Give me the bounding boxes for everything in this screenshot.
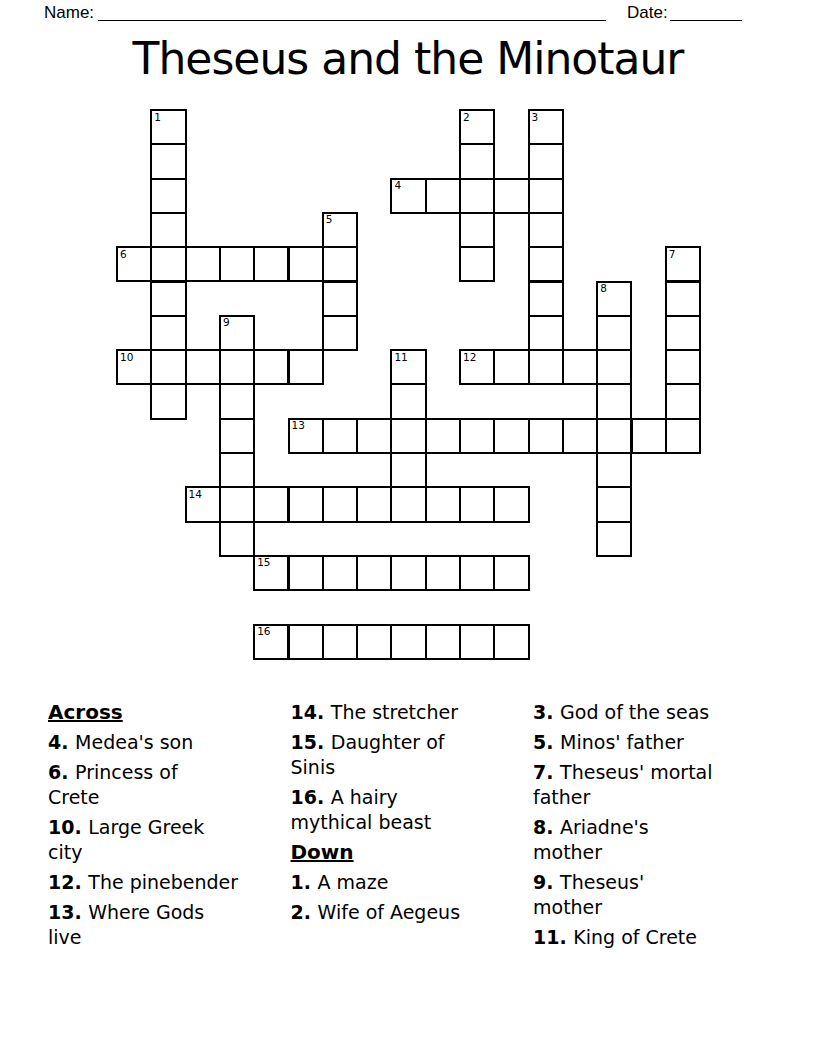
grid-cell-r6c3[interactable]: 9 [219, 315, 255, 351]
grid-cell-r9c11[interactable] [493, 418, 529, 454]
grid-cell-r4c5[interactable] [288, 246, 324, 282]
grid-cell-r8c8[interactable] [390, 383, 426, 419]
grid-cell-r4c1[interactable] [150, 246, 186, 282]
grid-cell-r9c14[interactable] [596, 418, 632, 454]
clue-number-label: 8. [533, 816, 560, 838]
clue-number-label: 14. [291, 701, 331, 723]
clue-number-7: 7 [669, 249, 676, 260]
grid-cell-r6c14[interactable] [596, 315, 632, 351]
date-label: Date: [627, 3, 668, 23]
grid-cell-r8c14[interactable] [596, 383, 632, 419]
clue-number-label: 7. [533, 761, 560, 783]
grid-cell-r11c11[interactable] [493, 486, 529, 522]
grid-cell-r8c1[interactable] [150, 383, 186, 419]
grid-cell-r4c4[interactable] [253, 246, 289, 282]
clue-number-label: 3. [533, 701, 560, 723]
grid-cell-r5c6[interactable] [322, 281, 358, 317]
grid-cell-r6c1[interactable] [150, 315, 186, 351]
grid-cell-r5c1[interactable] [150, 281, 186, 317]
grid-cell-r3c6[interactable]: 5 [322, 212, 358, 248]
clue-number-16: 16 [257, 626, 270, 637]
grid-cell-r10c14[interactable] [596, 452, 632, 488]
grid-cell-r2c1[interactable] [150, 178, 186, 214]
grid-cell-r3c12[interactable] [528, 212, 564, 248]
crossword-grid: 12345678910111213141516 [116, 109, 701, 660]
grid-cell-r9c13[interactable] [562, 418, 598, 454]
clue-number-label: 10. [48, 816, 88, 838]
grid-cell-r13c8[interactable] [390, 555, 426, 591]
clue-across-12: 12. The pinebender [48, 870, 286, 895]
clue-number-5: 5 [326, 214, 333, 225]
grid-cell-r4c10[interactable] [459, 246, 495, 282]
puzzle-title: Theseus and the Minotaur [0, 33, 816, 84]
grid-cell-r7c14[interactable] [596, 349, 632, 385]
clues-section: Across4. Medea's son6. Princess ofCrete1… [48, 700, 778, 1030]
grid-cell-r13c11[interactable] [493, 555, 529, 591]
grid-cell-r15c11[interactable] [493, 624, 529, 660]
grid-cell-r7c4[interactable] [253, 349, 289, 385]
grid-cell-r9c5[interactable]: 13 [288, 418, 324, 454]
grid-cell-r0c1[interactable]: 1 [150, 109, 186, 145]
grid-cell-r9c6[interactable] [322, 418, 358, 454]
clue-down-5: 5. Minos' father [533, 730, 771, 755]
clue-down-3: 3. God of the seas [533, 700, 771, 725]
across-heading: Across [48, 700, 286, 725]
grid-cell-r7c11[interactable] [493, 349, 529, 385]
clue-down-8: 8. Ariadne'smother [533, 815, 771, 865]
grid-cell-r12c14[interactable] [596, 521, 632, 557]
clue-down-1: 1. A maze [291, 870, 529, 895]
grid-cell-r7c1[interactable] [150, 349, 186, 385]
grid-cell-r2c12[interactable] [528, 178, 564, 214]
clue-column-3: 3. God of the seas5. Minos' father7. The… [533, 700, 771, 955]
clue-across-16: 16. A hairymythical beast [291, 785, 529, 835]
grid-cell-r15c8[interactable] [390, 624, 426, 660]
grid-cell-r10c3[interactable] [219, 452, 255, 488]
grid-cell-r9c8[interactable] [390, 418, 426, 454]
grid-cell-r9c12[interactable] [528, 418, 564, 454]
grid-cell-r13c7[interactable] [356, 555, 392, 591]
grid-cell-r9c10[interactable] [459, 418, 495, 454]
down-heading: Down [291, 840, 529, 865]
clue-across-15: 15. Daughter ofSinis [291, 730, 529, 780]
grid-cell-r9c7[interactable] [356, 418, 392, 454]
grid-cell-r7c5[interactable] [288, 349, 324, 385]
clue-number-label: 13. [48, 901, 88, 923]
grid-cell-r11c9[interactable] [425, 486, 461, 522]
grid-cell-r11c10[interactable] [459, 486, 495, 522]
grid-cell-r7c8[interactable]: 11 [390, 349, 426, 385]
clue-across-4: 4. Medea's son [48, 730, 286, 755]
grid-cell-r11c6[interactable] [322, 486, 358, 522]
clue-number-3: 3 [532, 112, 539, 123]
grid-cell-r6c16[interactable] [665, 315, 701, 351]
grid-cell-r4c6[interactable] [322, 246, 358, 282]
grid-cell-r9c9[interactable] [425, 418, 461, 454]
clue-number-6: 6 [120, 249, 127, 260]
clue-number-label: 2. [291, 901, 318, 923]
clue-number-12: 12 [463, 352, 476, 363]
grid-cell-r7c0[interactable]: 10 [116, 349, 152, 385]
clue-number-label: 16. [291, 786, 331, 808]
grid-cell-r9c15[interactable] [631, 418, 667, 454]
clue-across-13: 13. Where Godslive [48, 900, 286, 950]
grid-cell-r7c2[interactable] [185, 349, 221, 385]
grid-cell-r2c11[interactable] [493, 178, 529, 214]
clue-number-label: 4. [48, 731, 75, 753]
grid-cell-r7c13[interactable] [562, 349, 598, 385]
grid-cell-r0c10[interactable]: 2 [459, 109, 495, 145]
grid-cell-r0c12[interactable]: 3 [528, 109, 564, 145]
grid-cell-r11c8[interactable] [390, 486, 426, 522]
grid-cell-r7c16[interactable] [665, 349, 701, 385]
clue-down-7: 7. Theseus' mortalfather [533, 760, 771, 810]
grid-cell-r11c3[interactable] [219, 486, 255, 522]
clue-number-1: 1 [154, 112, 161, 123]
grid-cell-r15c5[interactable] [288, 624, 324, 660]
grid-cell-r15c10[interactable] [459, 624, 495, 660]
worksheet-page: Name: Date: Theseus and the Minotaur 123… [0, 0, 816, 1056]
grid-cell-r9c3[interactable] [219, 418, 255, 454]
grid-cell-r13c9[interactable] [425, 555, 461, 591]
clue-number-label: 9. [533, 871, 560, 893]
grid-cell-r4c0[interactable]: 6 [116, 246, 152, 282]
clue-number-4: 4 [394, 180, 401, 191]
grid-cell-r8c16[interactable] [665, 383, 701, 419]
grid-cell-r12c3[interactable] [219, 521, 255, 557]
grid-cell-r13c4[interactable]: 15 [253, 555, 289, 591]
grid-cell-r4c16[interactable]: 7 [665, 246, 701, 282]
grid-cell-r4c12[interactable] [528, 246, 564, 282]
grid-cell-r2c8[interactable]: 4 [390, 178, 426, 214]
grid-cell-r6c12[interactable] [528, 315, 564, 351]
grid-cell-r13c5[interactable] [288, 555, 324, 591]
clue-number-10: 10 [120, 352, 133, 363]
grid-cell-r1c1[interactable] [150, 143, 186, 179]
clue-column-2: 14. The stretcher15. Daughter ofSinis16.… [291, 700, 529, 930]
clue-number-8: 8 [600, 283, 607, 294]
grid-cell-r3c10[interactable] [459, 212, 495, 248]
grid-cell-r7c12[interactable] [528, 349, 564, 385]
grid-cell-r13c10[interactable] [459, 555, 495, 591]
grid-cell-r1c10[interactable] [459, 143, 495, 179]
grid-cell-r6c6[interactable] [322, 315, 358, 351]
grid-cell-r7c10[interactable]: 12 [459, 349, 495, 385]
grid-cell-r1c12[interactable] [528, 143, 564, 179]
grid-cell-r15c4[interactable]: 16 [253, 624, 289, 660]
clue-across-6: 6. Princess ofCrete [48, 760, 286, 810]
grid-cell-r15c7[interactable] [356, 624, 392, 660]
clue-number-2: 2 [463, 112, 470, 123]
clue-number-label: 15. [291, 731, 331, 753]
grid-cell-r4c3[interactable] [219, 246, 255, 282]
grid-cell-r11c4[interactable] [253, 486, 289, 522]
clue-number-label: 6. [48, 761, 75, 783]
clue-number-9: 9 [223, 317, 230, 328]
date-blank-line[interactable] [670, 19, 742, 21]
clue-number-14: 14 [189, 489, 202, 500]
clue-column-1: Across4. Medea's son6. Princess ofCrete1… [48, 700, 286, 955]
clue-across-14: 14. The stretcher [291, 700, 529, 725]
name-label: Name: [44, 3, 94, 23]
clue-down-9: 9. Theseus'mother [533, 870, 771, 920]
grid-cell-r5c14[interactable]: 8 [596, 281, 632, 317]
grid-cell-r10c8[interactable] [390, 452, 426, 488]
grid-cell-r5c12[interactable] [528, 281, 564, 317]
grid-cell-r9c16[interactable] [665, 418, 701, 454]
clue-number-11: 11 [394, 352, 407, 363]
clue-number-label: 1. [291, 871, 318, 893]
grid-cell-r13c6[interactable] [322, 555, 358, 591]
clue-number-13: 13 [292, 420, 305, 431]
grid-cell-r4c2[interactable] [185, 246, 221, 282]
clue-across-10: 10. Large Greekcity [48, 815, 286, 865]
name-blank-line[interactable] [98, 19, 606, 21]
grid-cell-r11c2[interactable]: 14 [185, 486, 221, 522]
grid-cell-r3c1[interactable] [150, 212, 186, 248]
grid-cell-r15c6[interactable] [322, 624, 358, 660]
grid-cell-r5c16[interactable] [665, 281, 701, 317]
grid-cell-r11c7[interactable] [356, 486, 392, 522]
grid-cell-r11c14[interactable] [596, 486, 632, 522]
grid-cell-r11c5[interactable] [288, 486, 324, 522]
grid-cell-r7c3[interactable] [219, 349, 255, 385]
grid-cell-r15c9[interactable] [425, 624, 461, 660]
clue-down-11: 11. King of Crete [533, 925, 771, 950]
clue-number-label: 5. [533, 731, 560, 753]
grid-cell-r2c10[interactable] [459, 178, 495, 214]
clue-number-label: 11. [533, 926, 573, 948]
grid-cell-r8c3[interactable] [219, 383, 255, 419]
clue-number-15: 15 [257, 557, 270, 568]
clue-down-2: 2. Wife of Aegeus [291, 900, 529, 925]
grid-cell-r2c9[interactable] [425, 178, 461, 214]
clue-number-label: 12. [48, 871, 88, 893]
